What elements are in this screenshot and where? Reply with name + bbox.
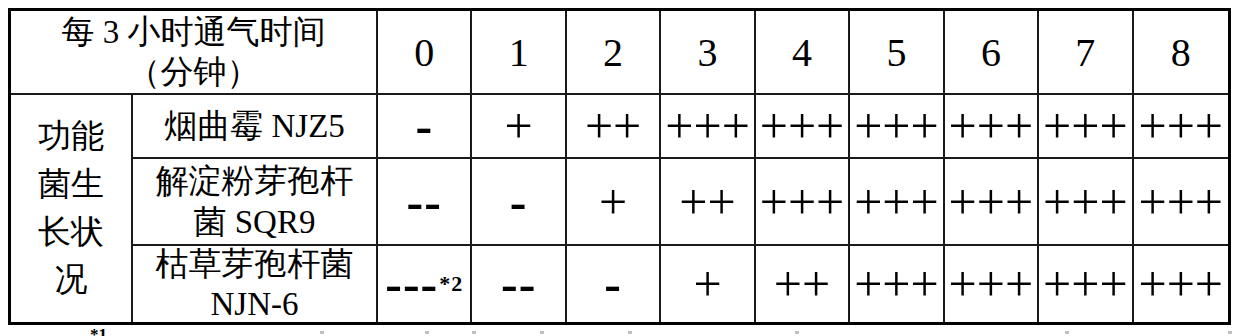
strain-label-line: 菌 SQR9	[194, 202, 316, 242]
cell-r0-c4: +++	[756, 95, 850, 159]
col-header-4: 4	[756, 11, 850, 95]
col-header-1: 1	[472, 11, 566, 95]
cell-r0-c5: +++	[850, 95, 944, 159]
row-group-line-1: 功能	[38, 113, 104, 161]
cell-r2-c5: +++	[850, 246, 944, 322]
footnote-marker: *1	[90, 326, 107, 336]
footnote-trace	[320, 331, 324, 334]
cell-r2-c7: +++	[1039, 246, 1133, 322]
col-header-0: 0	[378, 11, 472, 95]
cell-r1-c0: --	[378, 159, 472, 246]
cell-r2-c1: --	[472, 246, 566, 322]
header-title-cell: 每 3 小时通气时间 （分钟）	[11, 11, 378, 95]
strain-label-njn6: 枯草芽孢杆菌 NJN-6	[133, 246, 378, 322]
aeration-growth-table: 每 3 小时通气时间 （分钟） 0 1 2 3 4 5 6 7 8 功能 菌生 …	[8, 8, 1231, 325]
footnote-trace	[540, 331, 544, 334]
footnote-trace	[472, 331, 476, 334]
col-header-8: 8	[1134, 11, 1228, 95]
col-header-3: 3	[661, 11, 755, 95]
cell-r0-c3: +++	[661, 95, 755, 159]
cell-r1-c2: +	[567, 159, 661, 246]
row-group-line-3: 长状	[38, 209, 104, 257]
cell-r1-c1: -	[472, 159, 566, 246]
cell-r2-c3: +	[661, 246, 755, 322]
footnote-trace	[628, 331, 632, 334]
strain-label-line: NJN-6	[211, 284, 299, 322]
strain-label-njz5: 烟曲霉 NJZ5	[133, 95, 378, 159]
row-group-line-4: 况	[55, 256, 88, 304]
col-header-6: 6	[945, 11, 1039, 95]
cell-r1-c5: +++	[850, 159, 944, 246]
header-title-line1: 每 3 小时通气时间	[62, 12, 326, 52]
col-header-5: 5	[850, 11, 944, 95]
header-title-line2: （分钟）	[128, 52, 260, 92]
cell-r0-c8: +++	[1134, 95, 1228, 159]
footnote-trace	[425, 331, 429, 334]
cell-r2-c4: ++	[756, 246, 850, 322]
strain-label-line: 解淀粉芽孢杆	[156, 161, 354, 201]
footnote-trace	[795, 331, 799, 334]
cell-r2-c6: +++	[945, 246, 1039, 322]
cell-r2-c0-value: ---	[385, 259, 438, 309]
cell-r1-c8: +++	[1134, 159, 1228, 246]
cell-r2-c0: ---*2	[378, 246, 472, 322]
footnote-trace	[1228, 331, 1232, 334]
strain-label-sqr9: 解淀粉芽孢杆 菌 SQR9	[133, 159, 378, 246]
cell-r1-c3: ++	[661, 159, 755, 246]
strain-label-line: 烟曲霉 NJZ5	[164, 106, 345, 146]
cell-r2-c2: -	[567, 246, 661, 322]
cell-r2-c8: +++	[1134, 246, 1228, 322]
col-header-7: 7	[1039, 11, 1133, 95]
cell-r0-c7: +++	[1039, 95, 1133, 159]
col-header-2: 2	[567, 11, 661, 95]
footnote-trace	[1065, 331, 1069, 334]
row-group-label: 功能 菌生 长状 况	[11, 95, 133, 322]
cell-r0-c2: ++	[567, 95, 661, 159]
cell-r1-c7: +++	[1039, 159, 1133, 246]
cell-r1-c6: +++	[945, 159, 1039, 246]
cell-r1-c4: +++	[756, 159, 850, 246]
cell-r0-c0: -	[378, 95, 472, 159]
row-group-line-2: 菌生	[38, 161, 104, 209]
cell-r0-c6: +++	[945, 95, 1039, 159]
cell-r0-c1: +	[472, 95, 566, 159]
strain-label-line: 枯草芽孢杆菌	[156, 246, 354, 284]
